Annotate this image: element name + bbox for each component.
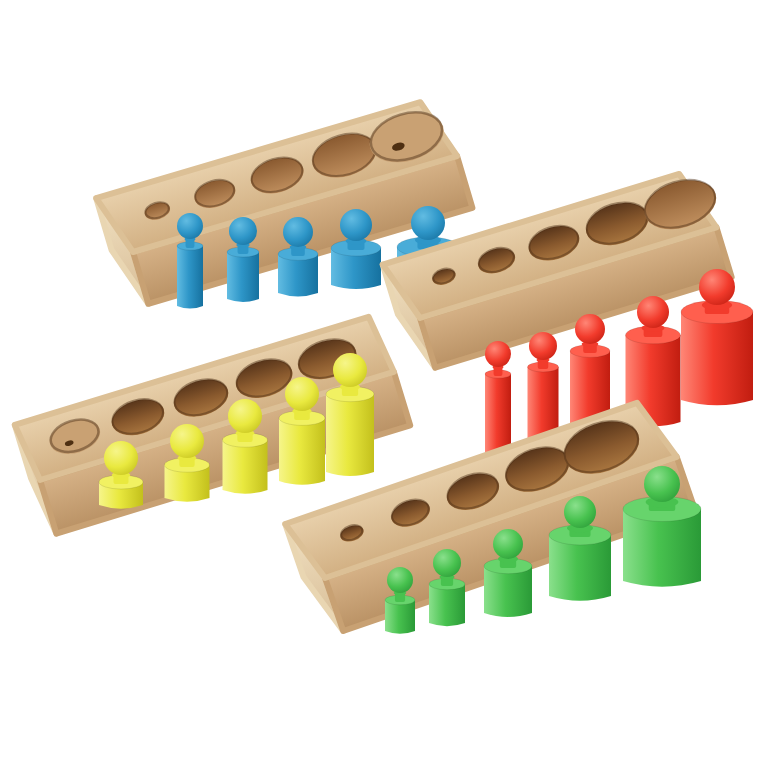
cylinder-body [681,312,753,405]
cylinder-knob [177,213,203,239]
green-cylinder-1[interactable] [385,567,415,634]
cylinder-knob [575,314,605,344]
red-cylinder-1[interactable] [485,341,511,463]
cylinder-knob [493,529,523,559]
blue-cylinder-2[interactable] [227,217,259,302]
blue-cylinder-3[interactable] [278,217,318,296]
cylinder-knob [411,206,445,240]
cylinder-knob [485,341,511,367]
cylinder-body [223,440,268,494]
cylinder-knob [228,399,262,433]
cylinder-knob [433,549,461,577]
cylinder-knob [387,567,413,593]
cylinder-knob [637,296,669,328]
cylinder-knob [529,332,557,360]
yellow-cylinder-5[interactable] [326,353,374,476]
cylinder-knob [170,424,204,458]
toy-scene [0,0,768,768]
cylinder-knob [285,377,319,411]
cylinder-knob [564,496,596,528]
cylinder-knob [340,209,372,241]
cylinder-body [326,394,374,476]
cylinder-body [279,418,325,485]
cylinder-body [227,252,259,302]
cylinder-body [429,584,465,626]
cylinder-knob [104,441,138,475]
blue-cylinder-1[interactable] [177,213,203,309]
cylinder-knob [699,269,735,305]
cylinder-knob [283,217,313,247]
cylinder-knob [644,466,680,502]
yellow-cylinder-2[interactable] [165,424,210,502]
yellow-cylinder-4[interactable] [279,377,325,485]
product-photo [0,0,768,768]
cylinder-body [177,246,203,309]
cylinder-knob [229,217,257,245]
cylinder-knob [333,353,367,387]
yellow-cylinder-3[interactable] [223,399,268,494]
green-cylinder-2[interactable] [429,549,465,626]
